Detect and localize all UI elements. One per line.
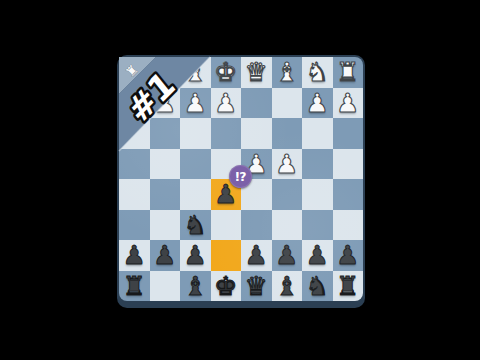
white-pawn-c4[interactable]: ♟ (275, 151, 298, 177)
square-e7[interactable] (211, 240, 242, 271)
square-a1[interactable]: ♜ (333, 57, 364, 88)
white-bishop-c1[interactable]: ♝ (275, 59, 298, 85)
square-c2[interactable] (272, 88, 303, 119)
square-e8[interactable]: ♚ (211, 271, 242, 302)
chess-board-frame: ♜♞♝♚♛♝♞♜♟♟♟♟♟♟♟♟♟♞♟♟♟♟♟♟♟♜♝♚♛♝♞♜ ♜ #1 !? (117, 55, 365, 308)
square-b8[interactable]: ♞ (302, 271, 333, 302)
square-h6[interactable] (119, 210, 150, 241)
white-king-e1[interactable]: ♚ (214, 59, 237, 85)
black-pawn-h7[interactable]: ♟ (123, 242, 146, 268)
square-e3[interactable] (211, 118, 242, 149)
square-d2[interactable] (241, 88, 272, 119)
square-f3[interactable] (180, 118, 211, 149)
square-e6[interactable] (211, 210, 242, 241)
square-f2[interactable]: ♟ (180, 88, 211, 119)
square-b4[interactable] (302, 149, 333, 180)
white-pawn-f2[interactable]: ♟ (184, 90, 207, 116)
square-g8[interactable] (150, 271, 181, 302)
square-b7[interactable]: ♟ (302, 240, 333, 271)
square-f6[interactable]: ♞ (180, 210, 211, 241)
square-e2[interactable]: ♟ (211, 88, 242, 119)
white-bishop-f1[interactable]: ♝ (184, 59, 207, 85)
black-pawn-g7[interactable]: ♟ (153, 242, 176, 268)
square-e1[interactable]: ♚ (211, 57, 242, 88)
square-c3[interactable] (272, 118, 303, 149)
square-a6[interactable] (333, 210, 364, 241)
square-f5[interactable] (180, 179, 211, 210)
black-knight-b8[interactable]: ♞ (306, 273, 329, 299)
square-f4[interactable] (180, 149, 211, 180)
square-h3[interactable] (119, 118, 150, 149)
black-pawn-a7[interactable]: ♟ (336, 242, 359, 268)
square-h7[interactable]: ♟ (119, 240, 150, 271)
square-d8[interactable]: ♛ (241, 271, 272, 302)
square-g4[interactable] (150, 149, 181, 180)
black-pawn-b7[interactable]: ♟ (306, 242, 329, 268)
white-pawn-b2[interactable]: ♟ (306, 90, 329, 116)
square-d3[interactable] (241, 118, 272, 149)
black-pawn-f7[interactable]: ♟ (184, 242, 207, 268)
square-c5[interactable] (272, 179, 303, 210)
square-c1[interactable]: ♝ (272, 57, 303, 88)
black-knight-f6[interactable]: ♞ (184, 212, 207, 238)
white-knight-g1[interactable]: ♞ (153, 59, 176, 85)
square-c6[interactable] (272, 210, 303, 241)
square-g5[interactable] (150, 179, 181, 210)
square-a2[interactable]: ♟ (333, 88, 364, 119)
square-a4[interactable] (333, 149, 364, 180)
square-b3[interactable] (302, 118, 333, 149)
square-d6[interactable] (241, 210, 272, 241)
video-canvas: ♜♞♝♚♛♝♞♜♟♟♟♟♟♟♟♟♟♞♟♟♟♟♟♟♟♜♝♚♛♝♞♜ ♜ #1 !? (0, 0, 480, 360)
square-f8[interactable]: ♝ (180, 271, 211, 302)
white-rook-a1[interactable]: ♜ (336, 59, 359, 85)
square-a3[interactable] (333, 118, 364, 149)
square-h8[interactable]: ♜ (119, 271, 150, 302)
square-d1[interactable]: ♛ (241, 57, 272, 88)
black-rook-h8[interactable]: ♜ (123, 273, 146, 299)
square-b6[interactable] (302, 210, 333, 241)
square-d7[interactable]: ♟ (241, 240, 272, 271)
annotation-badge: !? (229, 165, 252, 188)
square-a5[interactable] (333, 179, 364, 210)
white-rook-h1[interactable]: ♜ (123, 59, 146, 85)
square-g1[interactable]: ♞ (150, 57, 181, 88)
square-f7[interactable]: ♟ (180, 240, 211, 271)
black-king-e8[interactable]: ♚ (214, 273, 237, 299)
black-rook-a8[interactable]: ♜ (336, 273, 359, 299)
black-queen-d8[interactable]: ♛ (245, 273, 268, 299)
white-pawn-g2[interactable]: ♟ (153, 90, 176, 116)
square-c4[interactable]: ♟ (272, 149, 303, 180)
square-a7[interactable]: ♟ (333, 240, 364, 271)
square-g6[interactable] (150, 210, 181, 241)
square-g2[interactable]: ♟ (150, 88, 181, 119)
square-h4[interactable] (119, 149, 150, 180)
square-g7[interactable]: ♟ (150, 240, 181, 271)
square-h5[interactable] (119, 179, 150, 210)
black-bishop-c8[interactable]: ♝ (275, 273, 298, 299)
white-knight-b1[interactable]: ♞ (306, 59, 329, 85)
square-h2[interactable]: ♟ (119, 88, 150, 119)
square-b2[interactable]: ♟ (302, 88, 333, 119)
square-b5[interactable] (302, 179, 333, 210)
square-b1[interactable]: ♞ (302, 57, 333, 88)
square-a8[interactable]: ♜ (333, 271, 364, 302)
white-pawn-h2[interactable]: ♟ (123, 90, 146, 116)
white-queen-d1[interactable]: ♛ (245, 59, 268, 85)
square-h1[interactable]: ♜ (119, 57, 150, 88)
black-bishop-f8[interactable]: ♝ (184, 273, 207, 299)
black-pawn-c7[interactable]: ♟ (275, 242, 298, 268)
square-f1[interactable]: ♝ (180, 57, 211, 88)
square-c7[interactable]: ♟ (272, 240, 303, 271)
square-c8[interactable]: ♝ (272, 271, 303, 302)
black-pawn-d7[interactable]: ♟ (245, 242, 268, 268)
square-g3[interactable] (150, 118, 181, 149)
white-pawn-a2[interactable]: ♟ (336, 90, 359, 116)
white-pawn-e2[interactable]: ♟ (214, 90, 237, 116)
